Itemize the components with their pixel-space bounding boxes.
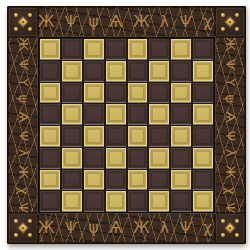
square-g4[interactable] bbox=[171, 126, 191, 146]
gold-dot-icon bbox=[28, 219, 32, 223]
square-a1[interactable] bbox=[40, 191, 60, 211]
square-d7[interactable] bbox=[106, 61, 126, 81]
gold-diamond-icon bbox=[17, 16, 28, 27]
gold-diamond-icon bbox=[17, 222, 28, 233]
square-b1[interactable] bbox=[62, 191, 82, 211]
square-e6[interactable] bbox=[128, 83, 148, 103]
square-f1[interactable] bbox=[149, 191, 169, 211]
square-g3[interactable] bbox=[171, 148, 191, 168]
gold-dot-icon bbox=[28, 13, 32, 17]
square-b4[interactable] bbox=[62, 126, 82, 146]
square-a3[interactable] bbox=[40, 148, 60, 168]
square-b3[interactable] bbox=[62, 148, 82, 168]
square-c2[interactable] bbox=[84, 170, 104, 190]
gold-dot-icon bbox=[28, 233, 32, 237]
square-e4[interactable] bbox=[128, 126, 148, 146]
square-d6[interactable] bbox=[106, 83, 126, 103]
relief-figures: Ж Ѱ ψ Ѧ Ж λ Ѱ χ Ψ Ж Ѧ Υ ψ Ж Ѱ λ Ж Ѧ Ѱ ψ bbox=[38, 213, 215, 243]
square-e3[interactable] bbox=[128, 148, 148, 168]
square-h3[interactable] bbox=[193, 148, 213, 168]
square-c5[interactable] bbox=[84, 104, 104, 124]
square-a4[interactable] bbox=[40, 126, 60, 146]
square-b7[interactable] bbox=[62, 61, 82, 81]
square-f5[interactable] bbox=[149, 104, 169, 124]
square-g6[interactable] bbox=[171, 83, 191, 103]
square-c4[interactable] bbox=[84, 126, 104, 146]
square-d4[interactable] bbox=[106, 126, 126, 146]
gold-dot-icon bbox=[28, 27, 32, 31]
right-frieze-relief: Ж Ѱ Υ ψ Ѧ Ψ λ Ж χ Ѱ Υ Ж Ѧ ψ Ѱ Ж bbox=[215, 37, 245, 213]
square-a5[interactable] bbox=[40, 104, 60, 124]
square-f7[interactable] bbox=[149, 61, 169, 81]
corner-ornament-bottom-right bbox=[215, 213, 245, 243]
chess-board: Ж Ѱ ψ Ѧ Ж λ Ѱ χ Ψ Ж Ѧ Υ ψ Ж Ѱ λ Ж Ѧ Ѱ ψ … bbox=[7, 6, 246, 244]
square-b5[interactable] bbox=[62, 104, 82, 124]
square-f8[interactable] bbox=[149, 39, 169, 59]
square-g7[interactable] bbox=[171, 61, 191, 81]
square-g2[interactable] bbox=[171, 170, 191, 190]
gold-dot-icon bbox=[221, 27, 225, 31]
corner-ornament-top-right bbox=[215, 7, 245, 37]
gold-dot-icon bbox=[235, 13, 239, 17]
corner-ornament-bottom-left bbox=[8, 213, 38, 243]
square-b2[interactable] bbox=[62, 170, 82, 190]
gold-dot-icon bbox=[235, 233, 239, 237]
relief-figures: Ж Ѱ Υ ψ Ѧ Ψ λ Ж χ Ѱ Υ Ж Ѧ ψ Ѱ Ж bbox=[215, 37, 245, 213]
square-c8[interactable] bbox=[84, 39, 104, 59]
square-g1[interactable] bbox=[171, 191, 191, 211]
square-g8[interactable] bbox=[171, 39, 191, 59]
square-a8[interactable] bbox=[40, 39, 60, 59]
square-d8[interactable] bbox=[106, 39, 126, 59]
square-a7[interactable] bbox=[40, 61, 60, 81]
gold-diamond-icon bbox=[224, 222, 235, 233]
square-f3[interactable] bbox=[149, 148, 169, 168]
relief-figures: Ж Ѱ Υ ψ Ѧ Ψ λ Ж χ Ѱ Υ Ж Ѧ ψ Ѱ Ж bbox=[8, 37, 38, 213]
square-e8[interactable] bbox=[128, 39, 148, 59]
gold-dot-icon bbox=[221, 233, 225, 237]
gold-dot-icon bbox=[14, 27, 18, 31]
left-frieze-relief: Ж Ѱ Υ ψ Ѧ Ψ λ Ж χ Ѱ Υ Ж Ѧ ψ Ѱ Ж bbox=[8, 37, 38, 213]
square-e1[interactable] bbox=[128, 191, 148, 211]
square-f4[interactable] bbox=[149, 126, 169, 146]
square-e5[interactable] bbox=[128, 104, 148, 124]
top-frieze-relief: Ж Ѱ ψ Ѧ Ж λ Ѱ χ Ψ Ж Ѧ Υ ψ Ж Ѱ λ Ж Ѧ Ѱ ψ bbox=[38, 7, 215, 37]
bottom-frieze-relief: Ж Ѱ ψ Ѧ Ж λ Ѱ χ Ψ Ж Ѧ Υ ψ Ж Ѱ λ Ж Ѧ Ѱ ψ bbox=[38, 213, 215, 243]
relief-figures: Ж Ѱ ψ Ѧ Ж λ Ѱ χ Ψ Ж Ѧ Υ ψ Ж Ѱ λ Ж Ѧ Ѱ ψ bbox=[38, 7, 215, 37]
square-h2[interactable] bbox=[193, 170, 213, 190]
square-c6[interactable] bbox=[84, 83, 104, 103]
gold-dot-icon bbox=[221, 13, 225, 17]
square-d1[interactable] bbox=[106, 191, 126, 211]
square-d2[interactable] bbox=[106, 170, 126, 190]
square-h7[interactable] bbox=[193, 61, 213, 81]
square-d3[interactable] bbox=[106, 148, 126, 168]
square-h4[interactable] bbox=[193, 126, 213, 146]
gold-dot-icon bbox=[235, 27, 239, 31]
square-e2[interactable] bbox=[128, 170, 148, 190]
square-h8[interactable] bbox=[193, 39, 213, 59]
gold-dot-icon bbox=[14, 219, 18, 223]
square-b8[interactable] bbox=[62, 39, 82, 59]
square-e7[interactable] bbox=[128, 61, 148, 81]
square-h5[interactable] bbox=[193, 104, 213, 124]
square-b6[interactable] bbox=[62, 83, 82, 103]
gold-diamond-icon bbox=[224, 16, 235, 27]
corner-ornament-top-left bbox=[8, 7, 38, 37]
square-f6[interactable] bbox=[149, 83, 169, 103]
square-h6[interactable] bbox=[193, 83, 213, 103]
square-c3[interactable] bbox=[84, 148, 104, 168]
square-a2[interactable] bbox=[40, 170, 60, 190]
square-d5[interactable] bbox=[106, 104, 126, 124]
gold-dot-icon bbox=[235, 219, 239, 223]
gold-dot-icon bbox=[14, 233, 18, 237]
play-area bbox=[38, 37, 215, 213]
square-h1[interactable] bbox=[193, 191, 213, 211]
gold-dot-icon bbox=[14, 13, 18, 17]
square-a6[interactable] bbox=[40, 83, 60, 103]
square-c1[interactable] bbox=[84, 191, 104, 211]
photo-background: Ж Ѱ ψ Ѧ Ж λ Ѱ χ Ψ Ж Ѧ Υ ψ Ж Ѱ λ Ж Ѧ Ѱ ψ … bbox=[0, 0, 250, 250]
square-g5[interactable] bbox=[171, 104, 191, 124]
square-f2[interactable] bbox=[149, 170, 169, 190]
gold-dot-icon bbox=[221, 219, 225, 223]
square-c7[interactable] bbox=[84, 61, 104, 81]
